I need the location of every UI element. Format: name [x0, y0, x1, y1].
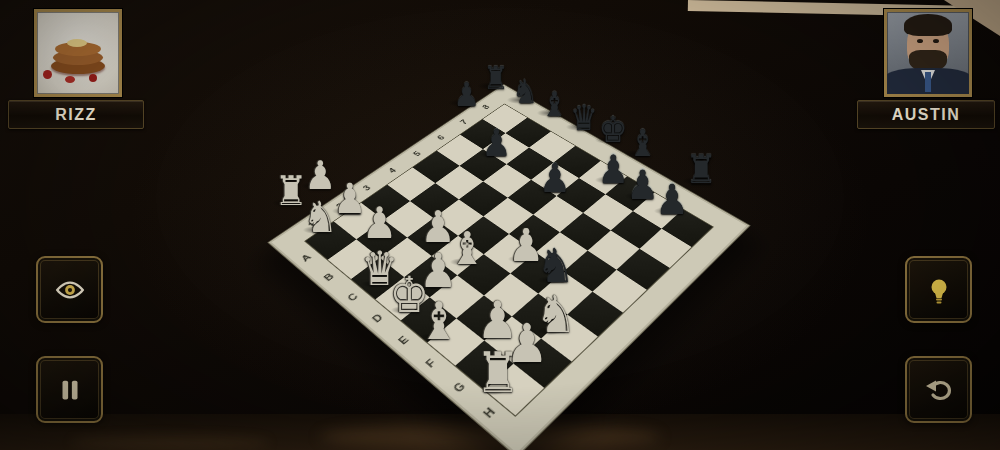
- avatar-right-player: [884, 9, 972, 97]
- piece-bR-a8[interactable]: ♜: [483, 63, 508, 94]
- piece-bN-b8[interactable]: ♞: [512, 76, 538, 108]
- piece-bP-h7[interactable]: ♟: [655, 179, 688, 220]
- pause-icon: [55, 375, 85, 405]
- piece-bP-g7[interactable]: ♟: [627, 164, 659, 204]
- hint-button[interactable]: [905, 256, 972, 323]
- floor-light-patch-2: [70, 436, 270, 450]
- tie: [925, 72, 931, 92]
- piece-bP-f7[interactable]: ♟: [598, 150, 629, 189]
- piece-bK-e8[interactable]: ♚: [599, 113, 628, 149]
- rank-label-6: 6: [432, 132, 450, 144]
- berry-sauce: [65, 76, 75, 83]
- piece-bN-g4[interactable]: ♞: [537, 242, 575, 289]
- piece-bB-f8[interactable]: ♝: [628, 126, 658, 163]
- avatar-left-player: [34, 9, 122, 97]
- rank-label-7: 7: [455, 116, 472, 127]
- left-player-nameplate: RIZZ: [8, 100, 144, 129]
- pause-button[interactable]: [36, 356, 103, 423]
- lightbulb-icon: [923, 274, 955, 306]
- piece-bP-c6[interactable]: ♟: [481, 126, 511, 163]
- butter-pat: [67, 39, 87, 47]
- undo-arrow-icon: [923, 374, 955, 406]
- rank-label-4: 4: [383, 164, 401, 177]
- right-player-nameplate: AUSTIN: [857, 100, 995, 129]
- hair: [904, 14, 952, 36]
- file-label-b: B: [318, 269, 339, 285]
- piece-wR-h1[interactable]: ♜: [476, 345, 521, 401]
- right-player-name: AUSTIN: [892, 106, 961, 124]
- file-label-a: A: [296, 250, 316, 265]
- file-label-g: G: [448, 377, 471, 397]
- berry: [43, 70, 52, 79]
- piece-bQ-d8[interactable]: ♛: [570, 101, 598, 136]
- piece-bP-a7[interactable]: ♟: [454, 79, 480, 112]
- piece-wP-c2[interactable]: ♟: [362, 202, 397, 246]
- piece-bB-c8[interactable]: ♝: [541, 88, 568, 122]
- piece-bR-h8[interactable]: ♜: [685, 151, 716, 190]
- eye-left: [917, 39, 923, 43]
- game-screen: ABCDEFGH12345678 ♜♞♝♛♚♝♜♟♟♟♟♟♟♞♟♟♝♞♟♟♟♟♟…: [0, 0, 1000, 450]
- file-label-e: E: [392, 331, 414, 349]
- piece-wB-f1[interactable]: ♝: [418, 295, 459, 347]
- file-label-f: F: [419, 354, 442, 373]
- eye-right: [933, 39, 939, 43]
- left-player-name: RIZZ: [55, 106, 97, 124]
- eye-icon: [53, 273, 87, 307]
- rank-label-5: 5: [408, 148, 426, 160]
- piece-wP-a2[interactable]: ♟: [304, 156, 336, 196]
- undo-button[interactable]: [905, 356, 972, 423]
- file-label-d: D: [367, 309, 389, 326]
- piece-bP-e6[interactable]: ♟: [539, 158, 571, 198]
- eye-button[interactable]: [36, 256, 103, 323]
- piece-wN-b1[interactable]: ♞: [303, 196, 337, 239]
- berry: [89, 74, 97, 82]
